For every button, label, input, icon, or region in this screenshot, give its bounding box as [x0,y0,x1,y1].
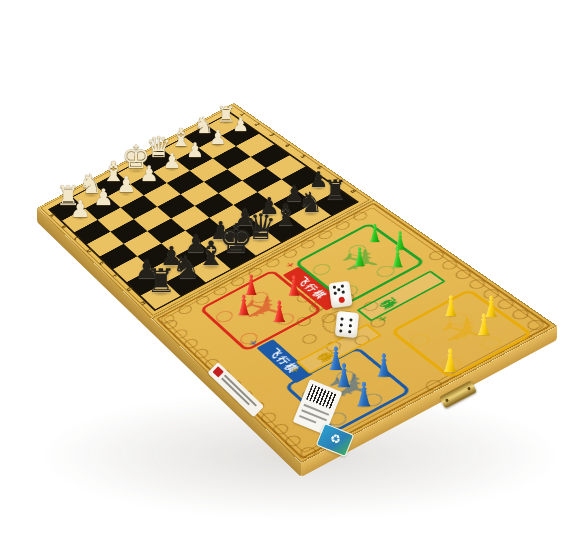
ludo-homes: ✈✈✈✈ [374,200,557,326]
ludo-track-space [263,257,282,269]
ludo-track-space [182,337,201,350]
ludo-track-space [235,388,255,402]
ludo-track-space [316,229,335,241]
home-slot [438,355,466,373]
ludo-track-space [213,367,233,381]
ludo-track-space [192,347,211,360]
ludo-track-space [466,277,488,290]
ludo-track-space [298,238,317,250]
ludo-track-space [176,303,194,315]
ludo-track-space [453,268,475,281]
ludo-track-space [247,399,267,413]
ludo-track-space [426,249,447,262]
ludo-track-space [333,220,352,232]
ludo-track-space [270,422,291,437]
product-photo-stage: ABCDEFGH12345678 ✈✈✈✈ 飞行棋 飞行棋 飞行棋 飞行棋 ✈✈… [0,0,578,559]
ludo-track-space [300,332,320,345]
ludo-track-space [351,210,370,222]
ludo-track-space [281,248,300,260]
home-slot [310,262,334,277]
ludo-track-space [202,357,221,370]
ludo-track-space [282,433,303,448]
ludo-track-space [171,328,189,341]
ludo-track-space [258,410,279,424]
home-slot [324,410,351,428]
ludo-track-space [224,378,244,392]
ludo-track-space [439,258,460,271]
